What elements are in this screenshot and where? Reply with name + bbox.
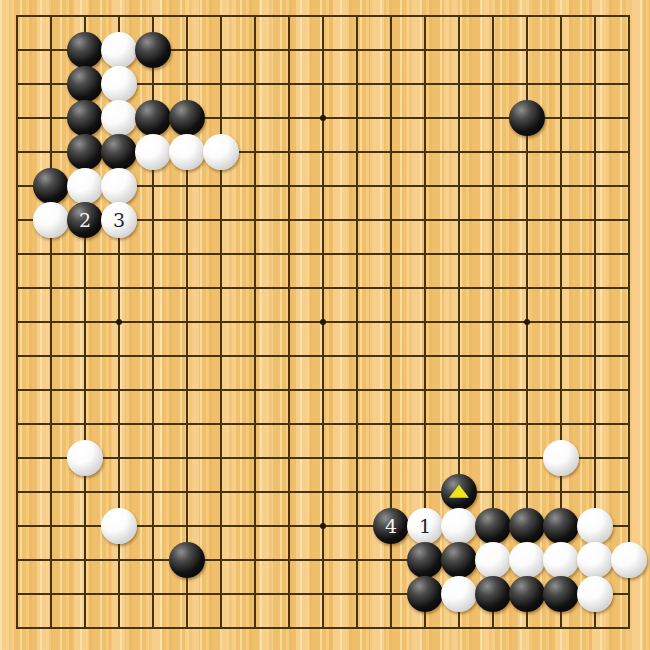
black-stone bbox=[509, 508, 545, 544]
triangle-marker-icon bbox=[449, 485, 469, 498]
white-stone bbox=[441, 508, 477, 544]
white-stone: 1 bbox=[407, 508, 443, 544]
screenshot-root: 2341 bbox=[0, 0, 650, 650]
grid-line-horizontal bbox=[16, 423, 630, 425]
star-point bbox=[320, 523, 326, 529]
grid-line-horizontal bbox=[16, 355, 630, 357]
white-stone bbox=[475, 542, 511, 578]
black-stone bbox=[441, 542, 477, 578]
white-stone bbox=[611, 542, 647, 578]
white-stone bbox=[33, 202, 69, 238]
black-stone bbox=[475, 508, 511, 544]
white-stone bbox=[101, 32, 137, 68]
move-number-label: 1 bbox=[419, 517, 431, 536]
black-stone bbox=[407, 542, 443, 578]
black-stone bbox=[509, 576, 545, 612]
star-point bbox=[320, 115, 326, 121]
white-stone bbox=[203, 134, 239, 170]
black-stone bbox=[135, 32, 171, 68]
black-stone bbox=[67, 134, 103, 170]
black-stone bbox=[441, 474, 477, 510]
white-stone bbox=[101, 168, 137, 204]
star-point bbox=[320, 319, 326, 325]
black-stone bbox=[509, 100, 545, 136]
white-stone bbox=[543, 440, 579, 476]
black-stone: 4 bbox=[373, 508, 409, 544]
white-stone: 3 bbox=[101, 202, 137, 238]
white-stone bbox=[543, 542, 579, 578]
star-point bbox=[524, 319, 530, 325]
grid-line-horizontal bbox=[16, 491, 630, 493]
black-stone bbox=[543, 576, 579, 612]
black-stone bbox=[135, 100, 171, 136]
white-stone bbox=[577, 576, 613, 612]
black-stone bbox=[33, 168, 69, 204]
grid-line-vertical bbox=[356, 15, 358, 629]
white-stone bbox=[169, 134, 205, 170]
white-stone bbox=[509, 542, 545, 578]
grid-line-horizontal bbox=[16, 627, 630, 629]
white-stone bbox=[101, 66, 137, 102]
white-stone bbox=[577, 508, 613, 544]
black-stone bbox=[67, 66, 103, 102]
grid-line-horizontal bbox=[16, 457, 630, 459]
black-stone bbox=[169, 100, 205, 136]
grid-line-vertical bbox=[628, 15, 630, 629]
move-number-label: 3 bbox=[113, 211, 125, 230]
white-stone bbox=[441, 576, 477, 612]
move-number-label: 2 bbox=[79, 211, 91, 230]
black-stone bbox=[543, 508, 579, 544]
move-number-label: 4 bbox=[385, 517, 397, 536]
black-stone bbox=[169, 542, 205, 578]
black-stone bbox=[67, 100, 103, 136]
black-stone: 2 bbox=[67, 202, 103, 238]
grid-line-horizontal bbox=[16, 389, 630, 391]
white-stone bbox=[101, 100, 137, 136]
white-stone bbox=[67, 440, 103, 476]
white-stone bbox=[67, 168, 103, 204]
black-stone bbox=[407, 576, 443, 612]
black-stone bbox=[475, 576, 511, 612]
black-stone bbox=[67, 32, 103, 68]
white-stone bbox=[101, 508, 137, 544]
white-stone bbox=[577, 542, 613, 578]
star-point bbox=[116, 319, 122, 325]
white-stone bbox=[135, 134, 171, 170]
black-stone bbox=[101, 134, 137, 170]
